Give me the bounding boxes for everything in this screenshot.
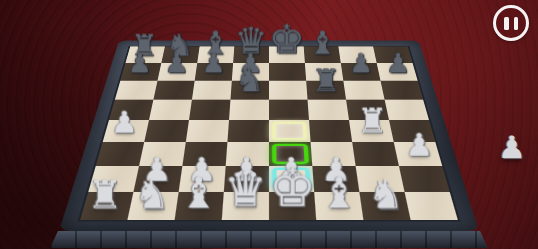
pause-icon [504, 17, 509, 30]
square-f7[interactable] [305, 63, 343, 81]
square-g3[interactable] [352, 142, 399, 166]
square-h4[interactable] [389, 120, 435, 142]
selected-piece-square-highlight [272, 168, 310, 190]
square-e1[interactable] [269, 192, 316, 220]
square-e2[interactable] [269, 166, 314, 192]
square-b5[interactable] [149, 100, 192, 120]
square-g5[interactable] [346, 100, 389, 120]
square-h3[interactable] [394, 142, 442, 166]
square-h5[interactable] [385, 100, 429, 120]
square-g7[interactable] [341, 63, 381, 81]
captured-white-pawn: ♟ [498, 129, 526, 165]
move-target-two-ahead-highlight [272, 122, 307, 141]
square-c8[interactable] [197, 46, 234, 62]
square-h2[interactable] [399, 166, 450, 192]
square-f3[interactable] [311, 142, 356, 166]
square-b8[interactable] [161, 46, 199, 62]
square-f1[interactable] [314, 192, 363, 220]
square-a6[interactable] [115, 81, 158, 100]
square-b3[interactable] [139, 142, 186, 166]
square-a2[interactable] [88, 166, 139, 192]
square-g6[interactable] [343, 81, 384, 100]
square-e5[interactable] [269, 100, 309, 120]
square-f8[interactable] [304, 46, 341, 62]
square-d7[interactable] [232, 63, 269, 81]
square-a1[interactable] [80, 192, 133, 220]
square-h1[interactable] [405, 192, 458, 220]
square-d8[interactable] [233, 46, 269, 62]
board-rim-front-edge [50, 231, 488, 248]
board-rim [59, 41, 479, 232]
move-target-highlight [272, 144, 309, 164]
square-b2[interactable] [133, 166, 182, 192]
square-c6[interactable] [192, 81, 232, 100]
square-d2[interactable] [224, 166, 269, 192]
square-f5[interactable] [308, 100, 349, 120]
square-b4[interactable] [144, 120, 189, 142]
square-c7[interactable] [195, 63, 233, 81]
square-e4[interactable] [269, 120, 311, 142]
pause-icon [514, 17, 519, 30]
square-g4[interactable] [349, 120, 394, 142]
square-g2[interactable] [356, 166, 405, 192]
chess-board[interactable] [80, 46, 458, 220]
square-g1[interactable] [359, 192, 410, 220]
square-a5[interactable] [109, 100, 153, 120]
square-a3[interactable] [96, 142, 144, 166]
square-d5[interactable] [229, 100, 269, 120]
square-g8[interactable] [338, 46, 376, 62]
square-d1[interactable] [222, 192, 269, 220]
square-c1[interactable] [175, 192, 224, 220]
square-e7[interactable] [269, 63, 306, 81]
square-c4[interactable] [186, 120, 229, 142]
pause-button[interactable] [493, 5, 529, 41]
game-scene: ♜♞♝♛♚♝♟♟♟♟♟♟♞♜♟♜♟♟♟♟♟♟♜♞♝♛♚♝♞ ♟ [0, 0, 538, 249]
square-f6[interactable] [306, 81, 346, 100]
square-b1[interactable] [127, 192, 178, 220]
square-a4[interactable] [103, 120, 149, 142]
square-d3[interactable] [226, 142, 269, 166]
square-b6[interactable] [153, 81, 194, 100]
square-c2[interactable] [179, 166, 226, 192]
square-b7[interactable] [158, 63, 198, 81]
square-a7[interactable] [120, 63, 161, 81]
square-c3[interactable] [182, 142, 227, 166]
square-c5[interactable] [189, 100, 230, 120]
square-e3[interactable] [269, 142, 312, 166]
square-e8[interactable] [269, 46, 305, 62]
square-d4[interactable] [227, 120, 269, 142]
chess-board-3d: ♜♞♝♛♚♝♟♟♟♟♟♟♞♜♟♜♟♟♟♟♟♟♜♞♝♛♚♝♞ [59, 41, 479, 232]
square-h6[interactable] [380, 81, 423, 100]
square-d6[interactable] [230, 81, 269, 100]
square-e6[interactable] [269, 81, 308, 100]
captured-pieces-tray: ♟ [498, 132, 526, 163]
square-h8[interactable] [373, 46, 412, 62]
square-a8[interactable] [125, 46, 164, 62]
square-h7[interactable] [377, 63, 418, 81]
square-f2[interactable] [312, 166, 359, 192]
square-f4[interactable] [309, 120, 352, 142]
